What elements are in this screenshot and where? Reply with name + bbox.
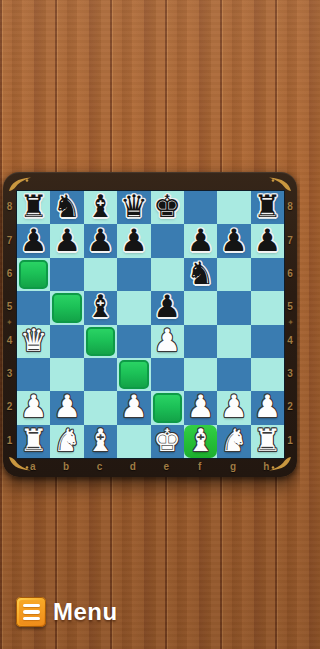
square-c1[interactable]: ♝ [84, 425, 117, 458]
square-e5[interactable]: ♟ [151, 291, 184, 324]
rank-labels-left: 87654321 [3, 190, 16, 457]
file-label-f: f [183, 457, 216, 475]
file-label-a: a [16, 457, 49, 475]
square-f4[interactable] [184, 325, 217, 358]
piece-black-pawn-e5[interactable]: ♟ [153, 291, 181, 322]
square-d3[interactable] [117, 358, 150, 391]
rank-label-4: 4 [283, 324, 297, 357]
rank-label-8: 8 [283, 190, 297, 223]
square-b2[interactable]: ♟ [50, 391, 83, 424]
square-f3[interactable] [184, 358, 217, 391]
rank-label-6: 6 [3, 257, 16, 290]
square-f8[interactable] [184, 191, 217, 224]
piece-black-pawn-b7[interactable]: ♟ [53, 225, 81, 256]
square-a5[interactable] [17, 291, 50, 324]
piece-white-pawn-b2[interactable]: ♟ [53, 391, 81, 422]
square-g5[interactable] [217, 291, 250, 324]
piece-black-pawn-f7[interactable]: ♟ [187, 225, 215, 256]
piece-black-queen-d8[interactable]: ♛ [120, 191, 148, 222]
square-a7[interactable]: ♟ [17, 224, 50, 257]
square-d1[interactable] [117, 425, 150, 458]
square-b5[interactable] [50, 291, 83, 324]
square-a3[interactable] [17, 358, 50, 391]
square-f6[interactable]: ♞ [184, 258, 217, 291]
square-d5[interactable] [117, 291, 150, 324]
chess-board-frame: ✦ ✦ 87654321 87654321 abcdefgh ♜♞♝♛♚♜♟♟♟… [3, 172, 297, 477]
square-b1[interactable]: ♞ [50, 425, 83, 458]
piece-black-rook-h8[interactable]: ♜ [253, 191, 281, 222]
piece-white-queen-a4[interactable]: ♛ [20, 325, 48, 356]
piece-black-bishop-c8[interactable]: ♝ [87, 191, 115, 222]
square-d2[interactable]: ♟ [117, 391, 150, 424]
piece-white-pawn-a2[interactable]: ♟ [20, 391, 48, 422]
piece-white-pawn-e4[interactable]: ♟ [153, 325, 181, 356]
square-b8[interactable]: ♞ [50, 191, 83, 224]
square-e6[interactable] [151, 258, 184, 291]
rank-label-7: 7 [283, 223, 297, 256]
rank-label-2: 2 [3, 390, 16, 423]
piece-white-pawn-f2[interactable]: ♟ [187, 391, 215, 422]
file-labels-bottom: abcdefgh [16, 457, 283, 475]
file-label-g: g [216, 457, 249, 475]
square-a8[interactable]: ♜ [17, 191, 50, 224]
square-e2[interactable] [151, 391, 184, 424]
square-f2[interactable]: ♟ [184, 391, 217, 424]
square-e4[interactable]: ♟ [151, 325, 184, 358]
menu-button-label: Menu [53, 598, 118, 626]
square-h1[interactable]: ♜ [251, 425, 284, 458]
piece-white-bishop-f1[interactable]: ♝ [187, 425, 215, 456]
rank-label-1: 1 [3, 424, 16, 457]
square-h2[interactable]: ♟ [251, 391, 284, 424]
piece-black-knight-b8[interactable]: ♞ [53, 191, 81, 222]
piece-white-knight-g1[interactable]: ♞ [220, 425, 248, 456]
square-c3[interactable] [84, 358, 117, 391]
rank-label-5: 5 [283, 290, 297, 323]
square-h6[interactable] [251, 258, 284, 291]
square-b3[interactable] [50, 358, 83, 391]
rank-label-7: 7 [3, 223, 16, 256]
square-g4[interactable] [217, 325, 250, 358]
square-c5[interactable]: ♝ [84, 291, 117, 324]
square-h8[interactable]: ♜ [251, 191, 284, 224]
move-target-e2[interactable] [153, 393, 182, 422]
square-g1[interactable]: ♞ [217, 425, 250, 458]
square-g7[interactable]: ♟ [217, 224, 250, 257]
square-c6[interactable] [84, 258, 117, 291]
piece-black-pawn-h7[interactable]: ♟ [253, 225, 281, 256]
square-c2[interactable] [84, 391, 117, 424]
chess-board[interactable]: ♜♞♝♛♚♜♟♟♟♟♟♟♟♞♝♟♛♟♟♟♟♟♟♟♜♞♝♚♝♞♜ [16, 190, 285, 459]
square-d8[interactable]: ♛ [117, 191, 150, 224]
menu-button[interactable]: Menu [16, 597, 118, 627]
rank-label-5: 5 [3, 290, 16, 323]
rank-labels-right: 87654321 [283, 190, 297, 457]
file-label-b: b [49, 457, 82, 475]
piece-white-pawn-g2[interactable]: ♟ [220, 391, 248, 422]
square-g8[interactable] [217, 191, 250, 224]
square-e1[interactable]: ♚ [151, 425, 184, 458]
piece-white-bishop-c1[interactable]: ♝ [87, 425, 115, 456]
piece-white-rook-h1[interactable]: ♜ [253, 425, 281, 456]
square-f1[interactable]: ♝ [184, 425, 217, 458]
move-target-b5[interactable] [52, 293, 81, 322]
square-h4[interactable] [251, 325, 284, 358]
square-e8[interactable]: ♚ [151, 191, 184, 224]
rank-label-3: 3 [3, 357, 16, 390]
square-g3[interactable] [217, 358, 250, 391]
piece-black-bishop-c5[interactable]: ♝ [87, 291, 115, 322]
square-g6[interactable] [217, 258, 250, 291]
square-c7[interactable]: ♟ [84, 224, 117, 257]
square-g2[interactable]: ♟ [217, 391, 250, 424]
hamburger-icon [16, 597, 46, 627]
piece-white-king-e1[interactable]: ♚ [153, 425, 181, 456]
piece-black-knight-f6[interactable]: ♞ [187, 258, 215, 289]
piece-white-pawn-d2[interactable]: ♟ [120, 391, 148, 422]
rank-label-1: 1 [283, 424, 297, 457]
square-b7[interactable]: ♟ [50, 224, 83, 257]
piece-black-rook-a8[interactable]: ♜ [20, 191, 48, 222]
square-d7[interactable]: ♟ [117, 224, 150, 257]
rank-label-2: 2 [283, 390, 297, 423]
square-h5[interactable] [251, 291, 284, 324]
piece-black-pawn-c7[interactable]: ♟ [87, 225, 115, 256]
square-e7[interactable] [151, 224, 184, 257]
square-b6[interactable] [50, 258, 83, 291]
move-target-a6[interactable] [19, 260, 48, 289]
file-label-h: h [250, 457, 283, 475]
square-d6[interactable] [117, 258, 150, 291]
piece-black-pawn-d7[interactable]: ♟ [120, 225, 148, 256]
square-c8[interactable]: ♝ [84, 191, 117, 224]
file-label-c: c [83, 457, 116, 475]
file-label-d: d [116, 457, 149, 475]
square-c4[interactable] [84, 325, 117, 358]
square-a1[interactable]: ♜ [17, 425, 50, 458]
square-h7[interactable]: ♟ [251, 224, 284, 257]
rank-label-3: 3 [283, 357, 297, 390]
rank-label-8: 8 [3, 190, 16, 223]
move-target-d3[interactable] [119, 360, 148, 389]
square-d4[interactable] [117, 325, 150, 358]
piece-white-knight-b1[interactable]: ♞ [53, 425, 81, 456]
rank-label-6: 6 [283, 257, 297, 290]
square-f7[interactable]: ♟ [184, 224, 217, 257]
rank-label-4: 4 [3, 324, 16, 357]
square-b4[interactable] [50, 325, 83, 358]
piece-white-pawn-h2[interactable]: ♟ [253, 391, 281, 422]
move-target-c4[interactable] [86, 327, 115, 356]
square-e3[interactable] [151, 358, 184, 391]
piece-black-pawn-g7[interactable]: ♟ [220, 225, 248, 256]
square-a4[interactable]: ♛ [17, 325, 50, 358]
square-h3[interactable] [251, 358, 284, 391]
piece-black-king-e8[interactable]: ♚ [153, 191, 181, 222]
file-label-e: e [150, 457, 183, 475]
piece-black-pawn-a7[interactable]: ♟ [20, 225, 48, 256]
piece-white-rook-a1[interactable]: ♜ [20, 425, 48, 456]
square-a6[interactable] [17, 258, 50, 291]
square-a2[interactable]: ♟ [17, 391, 50, 424]
square-f5[interactable] [184, 291, 217, 324]
